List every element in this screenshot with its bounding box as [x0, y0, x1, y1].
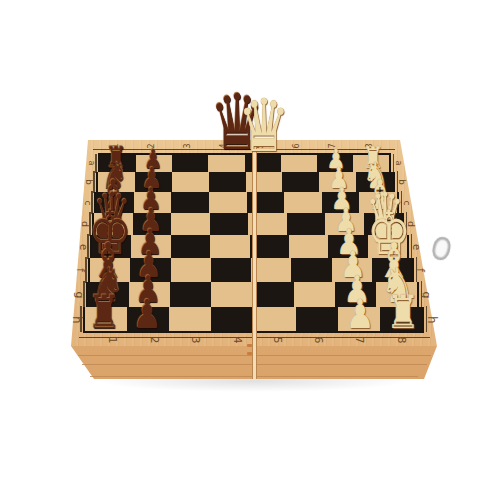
square-e6	[289, 235, 328, 258]
square-b3	[172, 172, 209, 192]
square-g4	[211, 282, 252, 307]
file-label-right-b: b	[398, 179, 407, 184]
file-label-left-d: d	[80, 221, 90, 227]
square-e1	[92, 235, 131, 258]
square-h3	[169, 307, 211, 331]
square-c6	[284, 192, 322, 213]
square-a3	[172, 155, 208, 172]
rank-label-bottom-5: 5	[272, 337, 283, 344]
square-e4	[210, 235, 249, 258]
square-h8	[380, 307, 422, 331]
rank-label-top-7: 7	[329, 143, 337, 148]
square-b5	[246, 172, 283, 192]
square-h6	[296, 307, 338, 331]
square-h5	[254, 307, 296, 331]
file-label-right-d: d	[406, 221, 416, 227]
square-c1	[96, 192, 134, 213]
rank-label-bottom-2: 2	[149, 337, 160, 344]
square-b1	[98, 172, 135, 192]
rank-label-top-8: 8	[366, 143, 374, 148]
square-c4	[209, 192, 247, 213]
latch-clasp-icon	[430, 235, 452, 261]
square-b8	[356, 172, 393, 192]
square-h2	[127, 307, 169, 331]
chess-set-photo: aabbccddeeffgghh1122334455667788♜♟♟♜♞♟♟♞…	[0, 0, 500, 500]
square-c2	[134, 192, 172, 213]
square-a7	[317, 155, 353, 172]
board-row-e	[90, 235, 409, 258]
square-c7	[322, 192, 360, 213]
board-row-a	[98, 153, 391, 172]
square-b7	[319, 172, 356, 192]
board-row-f	[88, 258, 414, 282]
file-label-right-c: c	[402, 200, 411, 205]
square-f2	[130, 258, 170, 282]
board-row-c	[94, 192, 399, 213]
square-h7	[338, 307, 380, 331]
square-g6	[294, 282, 335, 307]
rank-label-top-5: 5	[257, 143, 265, 148]
rank-label-top-2: 2	[148, 143, 156, 148]
board-row-d	[92, 213, 404, 235]
square-f8	[372, 258, 412, 282]
hinge-mark	[247, 352, 252, 355]
square-g3	[170, 282, 211, 307]
square-f5	[251, 258, 291, 282]
square-a5	[245, 155, 281, 172]
file-label-left-f: f	[76, 268, 87, 272]
hinge-mark	[247, 344, 252, 347]
file-label-left-c: c	[83, 200, 92, 205]
square-f1	[90, 258, 130, 282]
square-g7	[335, 282, 376, 307]
file-label-left-h: h	[70, 316, 82, 323]
file-label-right-a: a	[394, 160, 402, 165]
square-g1	[88, 282, 129, 307]
rank-label-top-3: 3	[184, 143, 192, 148]
file-label-left-b: b	[85, 179, 94, 184]
square-g2	[129, 282, 170, 307]
square-b2	[135, 172, 172, 192]
square-d4	[210, 213, 249, 235]
square-c3	[171, 192, 209, 213]
file-label-right-h: h	[425, 316, 437, 323]
square-d1	[94, 213, 133, 235]
file-label-right-g: g	[421, 291, 432, 298]
square-f3	[171, 258, 211, 282]
rank-label-top-6: 6	[293, 143, 301, 148]
file-label-left-a: a	[87, 160, 95, 165]
square-f7	[332, 258, 372, 282]
square-g8	[376, 282, 417, 307]
square-a8	[353, 155, 389, 172]
file-label-right-e: e	[411, 243, 421, 249]
square-g5	[253, 282, 294, 307]
square-e7	[328, 235, 367, 258]
square-b6	[282, 172, 319, 192]
rank-label-bottom-6: 6	[313, 337, 324, 344]
frame-inner-line	[93, 149, 395, 151]
file-label-left-e: e	[78, 243, 88, 249]
rank-label-bottom-4: 4	[232, 337, 243, 344]
rank-label-bottom-8: 8	[396, 337, 407, 344]
rank-label-bottom-1: 1	[107, 337, 118, 344]
square-f4	[211, 258, 251, 282]
square-h1	[85, 307, 127, 331]
square-a6	[281, 155, 317, 172]
square-e8	[368, 235, 407, 258]
square-a4	[208, 155, 244, 172]
fold-seam	[253, 140, 256, 379]
square-d3	[171, 213, 210, 235]
board-row-b	[96, 172, 395, 192]
rank-label-top-4: 4	[220, 143, 228, 148]
square-d7	[325, 213, 364, 235]
square-c8	[359, 192, 397, 213]
file-label-right-f: f	[416, 268, 427, 272]
rank-label-bottom-3: 3	[190, 337, 201, 344]
square-e3	[171, 235, 210, 258]
rank-label-bottom-7: 7	[354, 337, 365, 344]
rank-label-top-1: 1	[112, 143, 120, 148]
square-f6	[291, 258, 331, 282]
square-a2	[136, 155, 172, 172]
square-d8	[364, 213, 403, 235]
square-d6	[287, 213, 326, 235]
square-a1	[100, 155, 136, 172]
square-e2	[131, 235, 170, 258]
file-label-left-g: g	[74, 291, 85, 298]
square-b4	[209, 172, 246, 192]
square-d2	[133, 213, 172, 235]
square-h4	[211, 307, 253, 331]
